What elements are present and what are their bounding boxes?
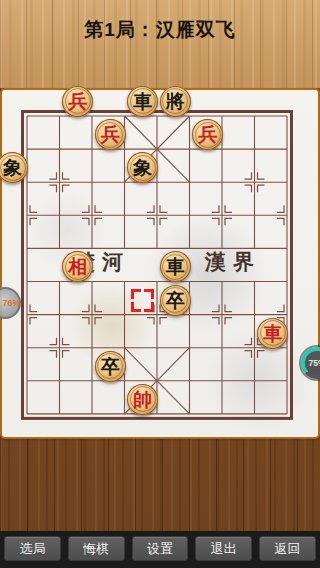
- undo-move-button[interactable]: 悔棋: [68, 536, 125, 561]
- back-button[interactable]: 返回: [259, 536, 316, 561]
- piece-black-chariot-2[interactable]: 車: [160, 251, 191, 282]
- piece-grid: 兵車將兵兵象象相車卒車卒帥: [0, 85, 289, 416]
- piece-black-soldier-1[interactable]: 卒: [160, 285, 191, 316]
- last-move-marker: [131, 289, 154, 312]
- piece-red-general[interactable]: 帥: [127, 384, 158, 415]
- right-progress-value: 75%: [305, 351, 320, 375]
- piece-black-soldier-2[interactable]: 卒: [95, 351, 126, 382]
- xiangqi-board-panel[interactable]: 楚河漢界 兵車將兵兵象象相車卒車卒帥 76% 75%: [0, 88, 320, 439]
- bottom-toolbar: 选局悔棋设置退出返回: [0, 531, 320, 568]
- piece-red-soldier-1[interactable]: 兵: [62, 86, 93, 117]
- piece-black-general[interactable]: 將: [160, 86, 191, 117]
- piece-red-soldier-2[interactable]: 兵: [95, 119, 126, 150]
- piece-red-soldier-3[interactable]: 兵: [192, 119, 223, 150]
- piece-black-elephant-1[interactable]: 象: [0, 152, 28, 183]
- piece-black-chariot-1[interactable]: 車: [127, 86, 158, 117]
- piece-red-elephant[interactable]: 相: [62, 251, 93, 282]
- page-title: 第1局：汉雁双飞: [84, 17, 236, 43]
- left-progress-value: 76%: [3, 298, 21, 308]
- piece-black-elephant-2[interactable]: 象: [127, 152, 158, 183]
- select-game-button[interactable]: 选局: [4, 536, 61, 561]
- settings-button[interactable]: 设置: [132, 536, 189, 561]
- exit-button[interactable]: 退出: [195, 536, 252, 561]
- title-bar: 第1局：汉雁双飞: [0, 0, 320, 88]
- piece-red-chariot[interactable]: 車: [257, 318, 288, 349]
